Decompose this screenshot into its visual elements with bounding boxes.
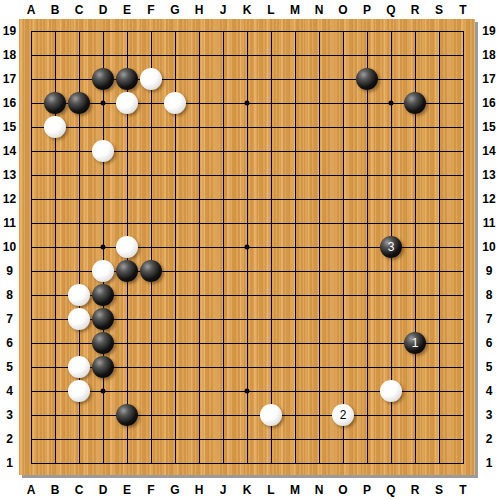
board-intersection[interactable]: [235, 43, 259, 67]
board-intersection[interactable]: [307, 139, 331, 163]
board-intersection[interactable]: [163, 211, 187, 235]
board-intersection[interactable]: [403, 235, 427, 259]
board-intersection[interactable]: [187, 379, 211, 403]
board-intersection[interactable]: [331, 451, 355, 475]
board-intersection[interactable]: [427, 163, 451, 187]
board-intersection[interactable]: [307, 451, 331, 475]
board-intersection[interactable]: [307, 427, 331, 451]
board-intersection[interactable]: [67, 211, 91, 235]
board-intersection[interactable]: [235, 307, 259, 331]
board-intersection[interactable]: [19, 307, 43, 331]
board-intersection[interactable]: [211, 259, 235, 283]
board-intersection[interactable]: [451, 427, 475, 451]
board-intersection[interactable]: [283, 187, 307, 211]
board-intersection[interactable]: [211, 163, 235, 187]
board-intersection[interactable]: [139, 19, 163, 43]
board-intersection[interactable]: [139, 331, 163, 355]
board-intersection[interactable]: [355, 67, 379, 91]
board-intersection[interactable]: [115, 427, 139, 451]
board-intersection[interactable]: [235, 163, 259, 187]
board-intersection[interactable]: [403, 307, 427, 331]
board-intersection[interactable]: [379, 259, 403, 283]
board-intersection[interactable]: [187, 451, 211, 475]
board-intersection[interactable]: [451, 211, 475, 235]
board-intersection[interactable]: [139, 355, 163, 379]
board-intersection[interactable]: [355, 403, 379, 427]
board-intersection[interactable]: [331, 331, 355, 355]
board-intersection[interactable]: [211, 451, 235, 475]
board-intersection[interactable]: [163, 187, 187, 211]
board-intersection[interactable]: [403, 163, 427, 187]
board-intersection[interactable]: [139, 91, 163, 115]
board-intersection[interactable]: [427, 235, 451, 259]
board-intersection[interactable]: [403, 379, 427, 403]
board-intersection[interactable]: [259, 403, 283, 427]
board-intersection[interactable]: [19, 379, 43, 403]
board-intersection[interactable]: [211, 187, 235, 211]
board-intersection[interactable]: [355, 43, 379, 67]
board-intersection[interactable]: [283, 403, 307, 427]
board-intersection[interactable]: [187, 67, 211, 91]
board-intersection[interactable]: [115, 259, 139, 283]
board-intersection[interactable]: [307, 19, 331, 43]
board-intersection[interactable]: [163, 91, 187, 115]
board-intersection[interactable]: [283, 163, 307, 187]
board-intersection[interactable]: [115, 67, 139, 91]
board-intersection[interactable]: [403, 211, 427, 235]
board-intersection[interactable]: [379, 355, 403, 379]
board-intersection[interactable]: [259, 451, 283, 475]
board-intersection[interactable]: [427, 307, 451, 331]
board-intersection[interactable]: [259, 307, 283, 331]
board-intersection[interactable]: [163, 355, 187, 379]
board-intersection[interactable]: [427, 91, 451, 115]
board-intersection[interactable]: [67, 235, 91, 259]
board-intersection[interactable]: [67, 331, 91, 355]
board-intersection[interactable]: [115, 19, 139, 43]
board-intersection[interactable]: [331, 19, 355, 43]
board-intersection[interactable]: [259, 331, 283, 355]
board-intersection[interactable]: [19, 115, 43, 139]
board-intersection[interactable]: [91, 67, 115, 91]
board-intersection[interactable]: [331, 307, 355, 331]
board-intersection[interactable]: [379, 19, 403, 43]
board-intersection[interactable]: 2: [331, 403, 355, 427]
board-intersection[interactable]: [163, 259, 187, 283]
board-intersection[interactable]: [115, 331, 139, 355]
board-intersection[interactable]: [259, 187, 283, 211]
board-intersection[interactable]: [427, 403, 451, 427]
board-intersection[interactable]: [115, 91, 139, 115]
board-intersection[interactable]: [259, 163, 283, 187]
board-intersection[interactable]: [43, 403, 67, 427]
board-intersection[interactable]: [115, 115, 139, 139]
board-intersection[interactable]: [187, 331, 211, 355]
board-intersection[interactable]: [43, 211, 67, 235]
board-intersection[interactable]: [19, 211, 43, 235]
board-intersection[interactable]: [235, 427, 259, 451]
board-intersection[interactable]: [427, 19, 451, 43]
board-intersection[interactable]: [115, 43, 139, 67]
board-intersection[interactable]: [163, 307, 187, 331]
board-intersection[interactable]: [19, 67, 43, 91]
board-intersection[interactable]: [19, 283, 43, 307]
board-intersection[interactable]: [235, 355, 259, 379]
board-intersection[interactable]: [91, 163, 115, 187]
board-intersection[interactable]: [451, 67, 475, 91]
board-intersection[interactable]: [403, 451, 427, 475]
board-intersection[interactable]: [403, 43, 427, 67]
board-intersection[interactable]: [115, 355, 139, 379]
board-intersection[interactable]: [43, 355, 67, 379]
board-intersection[interactable]: [451, 91, 475, 115]
board-intersection[interactable]: [91, 379, 115, 403]
board-intersection[interactable]: [307, 283, 331, 307]
board-intersection[interactable]: [19, 43, 43, 67]
board-intersection[interactable]: [379, 163, 403, 187]
board-intersection[interactable]: [163, 43, 187, 67]
board-intersection[interactable]: [379, 331, 403, 355]
board-intersection[interactable]: [91, 91, 115, 115]
board-intersection[interactable]: [283, 19, 307, 43]
board-intersection[interactable]: [427, 139, 451, 163]
board-intersection[interactable]: [211, 91, 235, 115]
board-intersection[interactable]: [187, 163, 211, 187]
board-intersection[interactable]: [115, 451, 139, 475]
board-intersection[interactable]: [307, 67, 331, 91]
board-intersection[interactable]: [187, 403, 211, 427]
board-intersection[interactable]: [163, 403, 187, 427]
board-intersection[interactable]: [259, 139, 283, 163]
board-intersection[interactable]: [19, 187, 43, 211]
board-intersection[interactable]: [43, 427, 67, 451]
board-intersection[interactable]: [19, 139, 43, 163]
board-intersection[interactable]: [211, 235, 235, 259]
board-intersection[interactable]: [427, 451, 451, 475]
board-intersection[interactable]: [259, 355, 283, 379]
board-intersection[interactable]: [427, 211, 451, 235]
board-intersection[interactable]: [355, 331, 379, 355]
board-intersection[interactable]: [355, 427, 379, 451]
board-intersection[interactable]: [331, 427, 355, 451]
board-intersection[interactable]: [307, 379, 331, 403]
board-intersection[interactable]: [187, 43, 211, 67]
board-intersection[interactable]: [187, 187, 211, 211]
board-intersection[interactable]: [235, 379, 259, 403]
board-intersection[interactable]: [427, 187, 451, 211]
board-intersection[interactable]: [163, 163, 187, 187]
board-intersection[interactable]: [67, 427, 91, 451]
board-intersection[interactable]: [43, 259, 67, 283]
board-intersection[interactable]: [403, 427, 427, 451]
board-intersection[interactable]: [355, 91, 379, 115]
board-intersection[interactable]: [163, 19, 187, 43]
board-intersection[interactable]: [211, 19, 235, 43]
board-intersection[interactable]: [139, 43, 163, 67]
board-intersection[interactable]: [331, 91, 355, 115]
board-intersection[interactable]: [259, 67, 283, 91]
board-intersection[interactable]: [91, 355, 115, 379]
board-intersection[interactable]: [91, 115, 115, 139]
board-intersection[interactable]: [331, 67, 355, 91]
board-intersection[interactable]: [451, 379, 475, 403]
board-intersection[interactable]: [115, 139, 139, 163]
board-intersection[interactable]: [427, 43, 451, 67]
board-intersection[interactable]: [139, 115, 163, 139]
board-intersection[interactable]: [67, 139, 91, 163]
board-intersection[interactable]: [187, 19, 211, 43]
board-intersection[interactable]: [307, 331, 331, 355]
board-intersection[interactable]: [379, 67, 403, 91]
board-intersection[interactable]: [139, 235, 163, 259]
board-intersection[interactable]: [91, 139, 115, 163]
board-intersection[interactable]: [427, 115, 451, 139]
board-intersection[interactable]: [403, 187, 427, 211]
board-intersection[interactable]: [115, 235, 139, 259]
board-intersection[interactable]: [139, 403, 163, 427]
board-intersection[interactable]: [283, 91, 307, 115]
board-intersection[interactable]: [91, 403, 115, 427]
board-intersection[interactable]: [163, 283, 187, 307]
board-intersection[interactable]: [115, 163, 139, 187]
board-intersection[interactable]: [91, 187, 115, 211]
board-intersection[interactable]: [91, 331, 115, 355]
board-intersection[interactable]: [67, 115, 91, 139]
board-intersection[interactable]: [211, 427, 235, 451]
board-intersection[interactable]: [355, 187, 379, 211]
board-intersection[interactable]: [43, 19, 67, 43]
board-intersection[interactable]: [331, 235, 355, 259]
board-intersection[interactable]: [43, 379, 67, 403]
board-intersection[interactable]: [19, 427, 43, 451]
board-intersection[interactable]: [307, 259, 331, 283]
board-intersection[interactable]: [403, 259, 427, 283]
board-intersection[interactable]: [379, 211, 403, 235]
board-intersection[interactable]: [139, 67, 163, 91]
board-intersection[interactable]: [43, 307, 67, 331]
board-intersection[interactable]: [283, 355, 307, 379]
board-intersection[interactable]: [163, 451, 187, 475]
board-intersection[interactable]: [235, 235, 259, 259]
board-intersection[interactable]: [451, 187, 475, 211]
board-intersection[interactable]: [451, 19, 475, 43]
board-intersection[interactable]: [379, 187, 403, 211]
board-intersection[interactable]: [67, 355, 91, 379]
board-intersection[interactable]: [259, 379, 283, 403]
board-intersection[interactable]: [451, 451, 475, 475]
board-intersection[interactable]: [379, 43, 403, 67]
board-intersection[interactable]: [211, 355, 235, 379]
board-intersection[interactable]: [235, 139, 259, 163]
board-intersection[interactable]: [427, 427, 451, 451]
board-intersection[interactable]: [91, 43, 115, 67]
board-intersection[interactable]: [427, 67, 451, 91]
board-intersection[interactable]: [451, 403, 475, 427]
board-intersection[interactable]: [451, 115, 475, 139]
board-intersection[interactable]: [139, 163, 163, 187]
board-intersection[interactable]: [211, 379, 235, 403]
board-intersection[interactable]: [19, 163, 43, 187]
board-intersection[interactable]: [43, 67, 67, 91]
board-intersection[interactable]: [283, 307, 307, 331]
board-intersection[interactable]: [187, 283, 211, 307]
board-intersection[interactable]: [43, 235, 67, 259]
board-intersection[interactable]: [355, 451, 379, 475]
board-intersection[interactable]: [43, 283, 67, 307]
board-intersection[interactable]: [187, 235, 211, 259]
board-intersection[interactable]: [307, 355, 331, 379]
board-intersection[interactable]: [163, 67, 187, 91]
board-intersection[interactable]: 3: [379, 235, 403, 259]
board-intersection[interactable]: [379, 427, 403, 451]
board-intersection[interactable]: [139, 379, 163, 403]
board-intersection[interactable]: [91, 427, 115, 451]
board-intersection[interactable]: [43, 139, 67, 163]
board-intersection[interactable]: [379, 403, 403, 427]
board-intersection[interactable]: [379, 283, 403, 307]
board-intersection[interactable]: [403, 115, 427, 139]
board-intersection[interactable]: [283, 331, 307, 355]
board-intersection[interactable]: [43, 187, 67, 211]
board-intersection[interactable]: [283, 211, 307, 235]
board-intersection[interactable]: [355, 211, 379, 235]
board-intersection[interactable]: [355, 235, 379, 259]
board-intersection[interactable]: [43, 163, 67, 187]
board-intersection[interactable]: [67, 451, 91, 475]
board-intersection[interactable]: [427, 259, 451, 283]
board-intersection[interactable]: [235, 283, 259, 307]
board-intersection[interactable]: [67, 163, 91, 187]
board-intersection[interactable]: [403, 403, 427, 427]
board-intersection[interactable]: [187, 115, 211, 139]
board-intersection[interactable]: [307, 403, 331, 427]
board-intersection[interactable]: [403, 355, 427, 379]
board-intersection[interactable]: [211, 43, 235, 67]
board-intersection[interactable]: [187, 211, 211, 235]
board-intersection[interactable]: [403, 19, 427, 43]
board-intersection[interactable]: [259, 19, 283, 43]
board-intersection[interactable]: [67, 19, 91, 43]
board-intersection[interactable]: [283, 427, 307, 451]
board-intersection[interactable]: [91, 259, 115, 283]
board-intersection[interactable]: [139, 259, 163, 283]
board-intersection[interactable]: [451, 43, 475, 67]
board-intersection[interactable]: [211, 307, 235, 331]
board-intersection[interactable]: [331, 163, 355, 187]
board-intersection[interactable]: [307, 91, 331, 115]
board-intersection[interactable]: [283, 283, 307, 307]
board-intersection[interactable]: [451, 331, 475, 355]
board-intersection[interactable]: [259, 235, 283, 259]
board-intersection[interactable]: [259, 427, 283, 451]
board-intersection[interactable]: [235, 19, 259, 43]
board-intersection[interactable]: [355, 283, 379, 307]
board-intersection[interactable]: [19, 19, 43, 43]
board-intersection[interactable]: [67, 187, 91, 211]
board-intersection[interactable]: [451, 139, 475, 163]
board-intersection[interactable]: [43, 451, 67, 475]
board-intersection[interactable]: [259, 43, 283, 67]
board-intersection[interactable]: [355, 355, 379, 379]
board-intersection[interactable]: [235, 403, 259, 427]
board-intersection[interactable]: [91, 211, 115, 235]
board-intersection[interactable]: [307, 211, 331, 235]
board-intersection[interactable]: [235, 67, 259, 91]
board-intersection[interactable]: [67, 91, 91, 115]
board-intersection[interactable]: [283, 139, 307, 163]
board-intersection[interactable]: [427, 283, 451, 307]
board-intersection[interactable]: [355, 19, 379, 43]
board-intersection[interactable]: [427, 331, 451, 355]
board-intersection[interactable]: [43, 91, 67, 115]
board-intersection[interactable]: [235, 91, 259, 115]
board-intersection[interactable]: [235, 115, 259, 139]
board-intersection[interactable]: [19, 331, 43, 355]
board-intersection[interactable]: [235, 259, 259, 283]
board-intersection[interactable]: [163, 379, 187, 403]
board-intersection[interactable]: [91, 307, 115, 331]
board-intersection[interactable]: [139, 139, 163, 163]
board-intersection[interactable]: [187, 91, 211, 115]
board-intersection[interactable]: [19, 91, 43, 115]
board-intersection[interactable]: [187, 307, 211, 331]
board-intersection[interactable]: [307, 307, 331, 331]
board-intersection[interactable]: 1: [403, 331, 427, 355]
board-intersection[interactable]: [187, 427, 211, 451]
board-intersection[interactable]: [115, 187, 139, 211]
board-intersection[interactable]: [139, 211, 163, 235]
board-intersection[interactable]: [19, 355, 43, 379]
board-intersection[interactable]: [331, 211, 355, 235]
board-intersection[interactable]: [403, 91, 427, 115]
board-intersection[interactable]: [91, 235, 115, 259]
board-intersection[interactable]: [259, 115, 283, 139]
board-intersection[interactable]: [43, 115, 67, 139]
board-intersection[interactable]: [115, 307, 139, 331]
board-intersection[interactable]: [403, 283, 427, 307]
board-intersection[interactable]: [139, 307, 163, 331]
board-intersection[interactable]: [283, 235, 307, 259]
board-intersection[interactable]: [331, 259, 355, 283]
board-intersection[interactable]: [211, 67, 235, 91]
board-intersection[interactable]: [307, 235, 331, 259]
board-intersection[interactable]: [139, 451, 163, 475]
board-intersection[interactable]: [67, 259, 91, 283]
board-intersection[interactable]: [211, 115, 235, 139]
board-intersection[interactable]: [259, 211, 283, 235]
board-intersection[interactable]: [67, 43, 91, 67]
board-intersection[interactable]: [235, 211, 259, 235]
board-intersection[interactable]: [139, 283, 163, 307]
board-intersection[interactable]: [379, 91, 403, 115]
board-intersection[interactable]: [355, 259, 379, 283]
board-intersection[interactable]: [355, 307, 379, 331]
board-intersection[interactable]: [451, 235, 475, 259]
board-intersection[interactable]: [283, 67, 307, 91]
board-intersection[interactable]: [211, 283, 235, 307]
board-intersection[interactable]: [19, 259, 43, 283]
board-intersection[interactable]: [139, 427, 163, 451]
board-intersection[interactable]: [67, 283, 91, 307]
board-intersection[interactable]: [235, 451, 259, 475]
board-intersection[interactable]: [283, 379, 307, 403]
board-intersection[interactable]: [427, 355, 451, 379]
board-intersection[interactable]: [67, 67, 91, 91]
board-intersection[interactable]: [427, 379, 451, 403]
board-intersection[interactable]: [91, 19, 115, 43]
board-intersection[interactable]: [19, 235, 43, 259]
board-intersection[interactable]: [67, 379, 91, 403]
